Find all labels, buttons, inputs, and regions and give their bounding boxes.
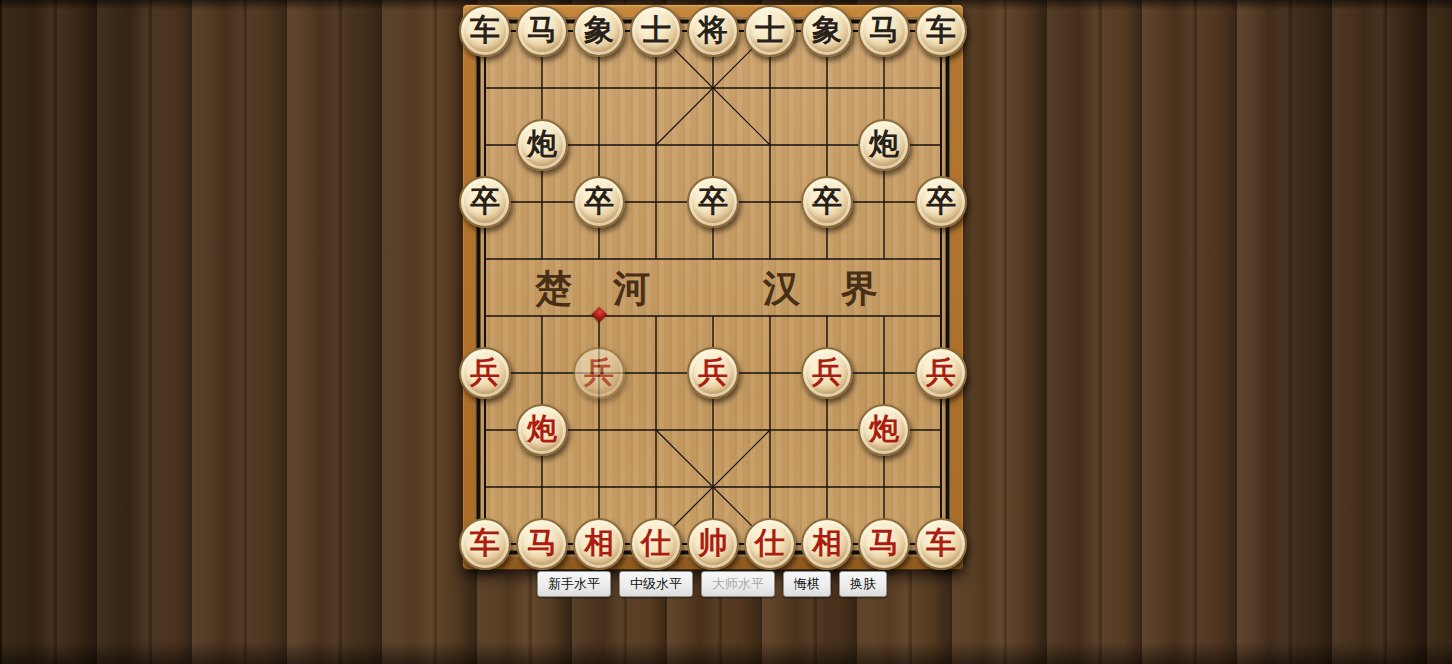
piece-glyph: 士	[755, 15, 785, 45]
novice-level-button[interactable]: 新手水平	[537, 571, 611, 597]
piece-glyph: 马	[527, 15, 557, 45]
piece-black-horse[interactable]: 马	[858, 5, 910, 57]
piece-glyph: 卒	[584, 186, 614, 216]
piece-red-cannon[interactable]: 炮	[858, 404, 910, 456]
piece-glyph: 帅	[698, 528, 728, 558]
piece-red-rook[interactable]: 车	[915, 518, 967, 570]
piece-red-horse[interactable]: 马	[516, 518, 568, 570]
piece-glyph: 象	[584, 15, 614, 45]
piece-red-soldier[interactable]: 兵	[801, 347, 853, 399]
piece-glyph: 卒	[812, 186, 842, 216]
piece-glyph: 象	[812, 15, 842, 45]
piece-black-soldier[interactable]: 卒	[573, 176, 625, 228]
piece-red-elephant[interactable]: 相	[801, 518, 853, 570]
piece-glyph: 兵	[812, 357, 842, 387]
piece-black-soldier[interactable]: 卒	[459, 176, 511, 228]
piece-glyph: 炮	[527, 129, 557, 159]
piece-black-cannon[interactable]: 炮	[516, 119, 568, 171]
piece-black-advisor[interactable]: 士	[744, 5, 796, 57]
piece-glyph: 士	[641, 15, 671, 45]
piece-red-general[interactable]: 帅	[687, 518, 739, 570]
piece-red-soldier-ghost[interactable]: 兵	[573, 347, 625, 399]
intermediate-level-button[interactable]: 中级水平	[619, 571, 693, 597]
piece-black-rook[interactable]: 车	[459, 5, 511, 57]
piece-glyph: 相	[584, 528, 614, 558]
piece-black-general[interactable]: 将	[687, 5, 739, 57]
piece-glyph: 马	[527, 528, 557, 558]
piece-red-rook[interactable]: 车	[459, 518, 511, 570]
piece-black-elephant[interactable]: 象	[801, 5, 853, 57]
piece-red-soldier[interactable]: 兵	[915, 347, 967, 399]
undo-move-button[interactable]: 悔棋	[783, 571, 831, 597]
piece-glyph: 车	[470, 15, 500, 45]
piece-red-soldier[interactable]: 兵	[687, 347, 739, 399]
piece-black-soldier[interactable]: 卒	[801, 176, 853, 228]
piece-glyph: 相	[812, 528, 842, 558]
piece-glyph: 仕	[641, 528, 671, 558]
change-skin-button[interactable]: 换肤	[839, 571, 887, 597]
piece-black-cannon[interactable]: 炮	[858, 119, 910, 171]
river-label-right: 汉 界	[762, 266, 892, 310]
piece-glyph: 兵	[698, 357, 728, 387]
piece-glyph: 兵	[926, 357, 956, 387]
piece-glyph: 卒	[926, 186, 956, 216]
river-label-left: 楚 河	[534, 266, 664, 310]
board-grid: 楚 河 汉 界	[463, 5, 963, 569]
piece-black-horse[interactable]: 马	[516, 5, 568, 57]
piece-glyph: 兵	[584, 357, 614, 387]
piece-glyph: 将	[698, 15, 728, 45]
piece-red-advisor[interactable]: 仕	[630, 518, 682, 570]
piece-glyph: 仕	[755, 528, 785, 558]
master-level-button: 大师水平	[701, 571, 775, 597]
piece-red-horse[interactable]: 马	[858, 518, 910, 570]
piece-red-cannon[interactable]: 炮	[516, 404, 568, 456]
piece-glyph: 卒	[470, 186, 500, 216]
piece-glyph: 马	[869, 15, 899, 45]
piece-glyph: 卒	[698, 186, 728, 216]
piece-glyph: 兵	[470, 357, 500, 387]
piece-red-soldier[interactable]: 兵	[459, 347, 511, 399]
piece-black-soldier[interactable]: 卒	[687, 176, 739, 228]
piece-glyph: 车	[926, 528, 956, 558]
piece-black-advisor[interactable]: 士	[630, 5, 682, 57]
piece-glyph: 车	[926, 15, 956, 45]
piece-black-rook[interactable]: 车	[915, 5, 967, 57]
piece-black-elephant[interactable]: 象	[573, 5, 625, 57]
piece-glyph: 炮	[527, 414, 557, 444]
piece-glyph: 车	[470, 528, 500, 558]
xiangqi-board[interactable]: 楚 河 汉 界 车马象士将士象马车炮炮卒卒卒卒卒兵兵兵兵兵炮炮车马相仕帅仕相马车	[462, 4, 964, 570]
piece-red-advisor[interactable]: 仕	[744, 518, 796, 570]
piece-red-elephant[interactable]: 相	[573, 518, 625, 570]
piece-glyph: 马	[869, 528, 899, 558]
piece-glyph: 炮	[869, 414, 899, 444]
piece-glyph: 炮	[869, 129, 899, 159]
piece-black-soldier[interactable]: 卒	[915, 176, 967, 228]
game-toolbar: 新手水平中级水平大师水平悔棋换肤	[462, 571, 962, 597]
